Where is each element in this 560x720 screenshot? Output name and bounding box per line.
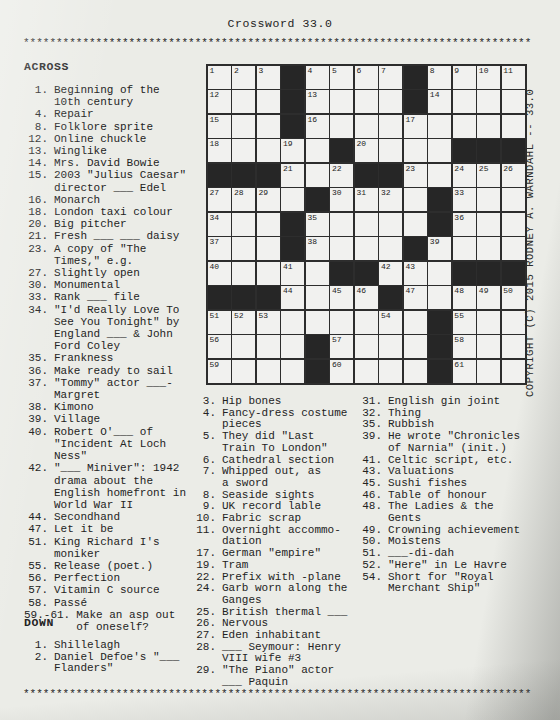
black-cell	[453, 262, 476, 285]
black-cell	[379, 286, 402, 309]
white-cell[interactable]	[477, 115, 500, 138]
white-cell[interactable]	[502, 237, 525, 260]
clue-number: 55.	[24, 560, 48, 572]
clue-number: 51.	[24, 536, 48, 560]
clue-number: 27.	[24, 267, 48, 279]
white-cell[interactable]: 15	[208, 115, 231, 138]
clue-item: 55.Release (poet.)	[24, 560, 200, 572]
white-cell[interactable]: 58	[453, 335, 476, 358]
white-cell[interactable]	[404, 139, 427, 162]
black-cell	[330, 139, 353, 162]
white-cell[interactable]: 53	[257, 311, 280, 334]
white-cell[interactable]: 47	[404, 286, 427, 309]
clue-item: 29."The Piano" actor___ Paquin	[192, 665, 358, 688]
white-cell[interactable]	[306, 286, 329, 309]
white-cell[interactable]: 18	[208, 139, 231, 162]
clue-item: 18.London taxi colour	[24, 206, 200, 218]
clue-text: Fancy-dress costumepieces	[222, 408, 347, 431]
clue-item: 56.Perfection	[24, 572, 200, 584]
white-cell[interactable]: 32	[379, 188, 402, 211]
white-cell[interactable]	[477, 237, 500, 260]
cell-number: 31	[356, 188, 366, 197]
clue-text: The Ladies & theGents	[388, 501, 494, 524]
cell-number: 48	[454, 286, 464, 295]
black-cell	[208, 164, 231, 187]
clue-number: 39.	[358, 431, 382, 454]
cell-number: 49	[479, 286, 489, 295]
clue-item: 36.Make ready to sail	[24, 365, 200, 377]
clue-item: 42."___ Miniver": 1942drama about theEng…	[24, 462, 200, 511]
clue-item: 48.The Ladies & theGents	[358, 501, 538, 524]
cell-number: 3	[258, 66, 263, 75]
cell-number: 5	[332, 66, 337, 75]
white-cell[interactable]	[404, 213, 427, 236]
down-clue-list-right: 31.English gin joint32.Thing35.Rubbish39…	[358, 396, 538, 595]
clue-item: 1.Shillelagh	[24, 640, 200, 652]
cell-number: 60	[332, 360, 342, 369]
white-cell[interactable]	[428, 139, 451, 162]
clue-text: Shillelagh	[54, 640, 120, 652]
clue-number: 21.	[24, 230, 48, 242]
white-cell[interactable]	[379, 90, 402, 113]
clue-item: 35.Frankness	[24, 352, 200, 364]
white-cell[interactable]: 4	[306, 66, 329, 89]
white-cell[interactable]	[306, 164, 329, 187]
cell-number: 32	[381, 188, 391, 197]
cell-number: 26	[503, 164, 513, 173]
clue-item: 44.Secondhand	[24, 511, 200, 523]
clue-item: 37."Tommy" actor ___-Margret	[24, 377, 200, 401]
cell-number: 24	[454, 164, 464, 173]
white-cell[interactable]	[355, 311, 378, 334]
black-cell	[379, 164, 402, 187]
white-cell[interactable]: 49	[477, 286, 500, 309]
down-section: DOWN 1.Shillelagh2.Daniel Defoe's "___Fl…	[24, 616, 200, 675]
white-cell[interactable]: 6	[355, 66, 378, 89]
white-cell[interactable]	[306, 139, 329, 162]
white-cell[interactable]: 33	[453, 188, 476, 211]
clue-text: Repair	[54, 108, 94, 120]
white-cell[interactable]	[306, 311, 329, 334]
clue-item: 3.Hip bones	[192, 396, 358, 408]
cell-number: 54	[381, 311, 391, 320]
cell-number: 35	[307, 213, 317, 222]
white-cell[interactable]: 29	[257, 188, 280, 211]
clue-item: 20.Big pitcher	[24, 218, 200, 230]
clue-item: 25.British thermal ___	[192, 607, 358, 619]
white-cell[interactable]	[404, 311, 427, 334]
cell-number: 22	[332, 164, 342, 173]
clue-number: 1.	[24, 84, 48, 108]
clue-item: 27.Slightly open	[24, 267, 200, 279]
clue-text: Village	[54, 413, 100, 425]
white-cell[interactable]: 31	[355, 188, 378, 211]
clue-item: 28.___ Seymour: HenryVIII wife #3	[192, 642, 358, 665]
white-cell[interactable]	[355, 237, 378, 260]
clue-item: 57.Vitamin C source	[24, 584, 200, 596]
cell-number: 25	[479, 164, 489, 173]
clue-item: 58.Passé	[24, 597, 200, 609]
white-cell[interactable]	[281, 311, 304, 334]
clue-text: Release (poet.)	[54, 560, 153, 572]
black-cell	[306, 360, 329, 383]
clue-text: Perfection	[54, 572, 120, 584]
white-cell[interactable]: 1	[208, 66, 231, 89]
cell-number: 2	[234, 66, 239, 75]
clue-item: 23.A copy of "TheTimes," e.g.	[24, 243, 200, 267]
clue-item: 39.Village	[24, 413, 200, 425]
clue-text: English gin joint	[388, 396, 500, 408]
white-cell[interactable]	[379, 237, 402, 260]
white-cell[interactable]	[477, 335, 500, 358]
white-cell[interactable]: 39	[428, 237, 451, 260]
clue-number: 48.	[358, 501, 382, 524]
white-cell[interactable]: 45	[330, 286, 353, 309]
clue-number: 2.	[24, 652, 48, 675]
clue-item: 52."Here" in Le Havre	[358, 560, 538, 572]
white-cell[interactable]: 13	[306, 90, 329, 113]
white-cell[interactable]	[281, 360, 304, 383]
cell-number: 43	[405, 262, 415, 271]
white-cell[interactable]	[232, 262, 255, 285]
crossword-grid: 1234567891011121314151617181920212223242…	[206, 64, 527, 385]
white-cell[interactable]: 48	[453, 286, 476, 309]
clue-text: Daniel Defoe's "___Flanders"	[54, 652, 179, 675]
clue-text: Beginning of the10th century	[54, 84, 160, 108]
white-cell[interactable]	[502, 213, 525, 236]
white-cell[interactable]: 59	[208, 360, 231, 383]
cell-number: 10	[479, 66, 489, 75]
cell-number: 1	[210, 66, 215, 75]
white-cell[interactable]	[330, 90, 353, 113]
white-cell[interactable]	[502, 115, 525, 138]
clue-item: 47.Let it be	[24, 523, 200, 535]
across-section: ACROSS 1.Beginning of the10th century4.R…	[24, 60, 200, 633]
white-cell[interactable]	[379, 139, 402, 162]
white-cell[interactable]	[232, 115, 255, 138]
cell-number: 14	[430, 90, 440, 99]
cell-number: 42	[381, 262, 391, 271]
cell-number: 41	[283, 262, 293, 271]
cell-number: 13	[307, 90, 317, 99]
clue-number: 1.	[24, 640, 48, 652]
clue-text: Folklore sprite	[54, 121, 153, 133]
cell-number: 33	[454, 188, 464, 197]
clue-number: 3.	[192, 396, 216, 408]
clue-number: 30.	[24, 279, 48, 291]
black-cell	[428, 188, 451, 211]
white-cell[interactable]	[477, 311, 500, 334]
clue-text: Vitamin C source	[54, 584, 160, 596]
cell-number: 23	[405, 164, 415, 173]
clue-item: 14.Mrs. David Bowie	[24, 157, 200, 169]
cell-number: 9	[454, 66, 459, 75]
white-cell[interactable]	[257, 139, 280, 162]
white-cell[interactable]: 30	[330, 188, 353, 211]
white-cell[interactable]	[428, 286, 451, 309]
across-clue-list: 1.Beginning of the10th century4.Repair8.…	[24, 84, 200, 633]
white-cell[interactable]	[477, 213, 500, 236]
white-cell[interactable]	[257, 237, 280, 260]
white-cell[interactable]	[502, 335, 525, 358]
clue-text: A copy of "TheTimes," e.g.	[54, 243, 146, 267]
white-cell[interactable]: 61	[453, 360, 476, 383]
white-cell[interactable]	[355, 213, 378, 236]
clue-text: King Richard I'smoniker	[54, 536, 160, 560]
white-cell[interactable]	[502, 90, 525, 113]
clue-item: 21.Fresh ___ ___ daisy	[24, 230, 200, 242]
clue-number: 10.	[192, 513, 216, 525]
white-cell[interactable]	[257, 213, 280, 236]
white-cell[interactable]	[502, 360, 525, 383]
white-cell[interactable]: 44	[281, 286, 304, 309]
clue-number: 37.	[24, 377, 48, 401]
white-cell[interactable]: 56	[208, 335, 231, 358]
clue-item: 10.Fabric scrap	[192, 513, 358, 525]
white-cell[interactable]	[232, 360, 255, 383]
white-cell[interactable]: 37	[208, 237, 231, 260]
white-cell[interactable]: 52	[232, 311, 255, 334]
clue-number: 31.	[358, 396, 382, 408]
white-cell[interactable]	[379, 360, 402, 383]
black-cell	[404, 237, 427, 260]
white-cell[interactable]	[404, 360, 427, 383]
clue-text: Robert O'___ of"Incident At LochNess"	[54, 426, 166, 463]
white-cell[interactable]	[355, 335, 378, 358]
white-cell[interactable]	[428, 115, 451, 138]
clue-number: 38.	[24, 401, 48, 413]
white-cell[interactable]	[477, 188, 500, 211]
clue-number: 11.	[192, 525, 216, 548]
clue-text: Passé	[54, 597, 87, 609]
clue-number: 56.	[24, 572, 48, 584]
white-cell[interactable]	[306, 262, 329, 285]
clue-text: Overnight accommo-dation	[222, 525, 341, 548]
white-cell[interactable]	[453, 237, 476, 260]
clue-number: 5.	[192, 431, 216, 454]
white-cell[interactable]: 54	[379, 311, 402, 334]
white-cell[interactable]	[404, 188, 427, 211]
white-cell[interactable]	[281, 335, 304, 358]
white-cell[interactable]: 34	[208, 213, 231, 236]
clue-number: 12.	[24, 133, 48, 145]
separator-bottom: ****************************************…	[23, 688, 537, 700]
white-cell[interactable]	[330, 237, 353, 260]
white-cell[interactable]: 22	[330, 164, 353, 187]
clue-number: 44.	[24, 511, 48, 523]
clue-number: 8.	[24, 121, 48, 133]
down-clue-list-left: 1.Shillelagh2.Daniel Defoe's "___Flander…	[24, 640, 200, 675]
cell-number: 30	[332, 188, 342, 197]
white-cell[interactable]: 20	[355, 139, 378, 162]
white-cell[interactable]	[232, 213, 255, 236]
white-cell[interactable]	[453, 90, 476, 113]
white-cell[interactable]	[355, 90, 378, 113]
white-cell[interactable]: 42	[379, 262, 402, 285]
cell-number: 6	[356, 66, 361, 75]
white-cell[interactable]	[330, 213, 353, 236]
clue-number: 13.	[24, 145, 48, 157]
white-cell[interactable]	[257, 115, 280, 138]
cell-number: 34	[210, 213, 220, 222]
white-cell[interactable]: 36	[453, 213, 476, 236]
cell-number: 7	[381, 66, 386, 75]
white-cell[interactable]	[502, 311, 525, 334]
cell-number: 58	[454, 335, 464, 344]
black-cell	[428, 213, 451, 236]
clue-number: 57.	[24, 584, 48, 596]
white-cell[interactable]: 28	[232, 188, 255, 211]
white-cell[interactable]	[257, 90, 280, 113]
clue-item: 49.Crowning achievement	[358, 525, 538, 537]
black-cell	[428, 311, 451, 334]
white-cell[interactable]: 57	[330, 335, 353, 358]
white-cell[interactable]: 50	[502, 286, 525, 309]
white-cell[interactable]: 12	[208, 90, 231, 113]
white-cell[interactable]	[428, 164, 451, 187]
clue-item: 38.Kimono	[24, 401, 200, 413]
cell-number: 29	[258, 188, 268, 197]
white-cell[interactable]	[330, 115, 353, 138]
clue-number: 23.	[24, 243, 48, 267]
black-cell	[355, 164, 378, 187]
clue-item: 17.German "empire"	[192, 548, 358, 560]
white-cell[interactable]: 19	[281, 139, 304, 162]
white-cell[interactable]: 7	[379, 66, 402, 89]
white-cell[interactable]: 46	[355, 286, 378, 309]
white-cell[interactable]	[232, 237, 255, 260]
clue-number: 52.	[358, 560, 382, 572]
clue-text: Slightly open	[54, 267, 140, 279]
white-cell[interactable]	[379, 335, 402, 358]
cell-number: 18	[210, 139, 220, 148]
white-cell[interactable]	[257, 335, 280, 358]
white-cell[interactable]	[477, 360, 500, 383]
white-cell[interactable]: 26	[502, 164, 525, 187]
white-cell[interactable]: 40	[208, 262, 231, 285]
white-cell[interactable]	[257, 360, 280, 383]
black-cell	[453, 139, 476, 162]
white-cell[interactable]	[232, 90, 255, 113]
white-cell[interactable]: 27	[208, 188, 231, 211]
clue-item: 13.Winglike	[24, 145, 200, 157]
white-cell[interactable]: 14	[428, 90, 451, 113]
white-cell[interactable]	[232, 335, 255, 358]
white-cell[interactable]: 24	[453, 164, 476, 187]
white-cell[interactable]: 10	[477, 66, 500, 89]
clue-item: 11.Overnight accommo-dation	[192, 525, 358, 548]
cell-number: 52	[234, 311, 244, 320]
clue-text: ___ Seymour: HenryVIII wife #3	[222, 642, 341, 665]
white-cell[interactable]: 3	[257, 66, 280, 89]
white-cell[interactable]	[453, 115, 476, 138]
clue-number: 39.	[24, 413, 48, 425]
clue-text: London taxi colour	[54, 206, 173, 218]
black-cell	[306, 335, 329, 358]
black-cell	[281, 115, 304, 138]
white-cell[interactable]: 17	[404, 115, 427, 138]
white-cell[interactable]: 35	[306, 213, 329, 236]
clue-item: 4.Fancy-dress costumepieces	[192, 408, 358, 431]
page-title: Crossword 33.0	[0, 17, 560, 30]
white-cell[interactable]: 21	[281, 164, 304, 187]
white-cell[interactable]	[404, 335, 427, 358]
white-cell[interactable]	[257, 262, 280, 285]
white-cell[interactable]: 16	[306, 115, 329, 138]
clue-number: 47.	[24, 523, 48, 535]
cell-number: 19	[283, 139, 293, 148]
black-cell	[208, 286, 231, 309]
cell-number: 50	[503, 286, 513, 295]
white-cell[interactable]	[502, 188, 525, 211]
clue-number: 14.	[24, 157, 48, 169]
white-cell[interactable]	[477, 90, 500, 113]
clue-item: 16.Monarch	[24, 194, 200, 206]
cell-number: 59	[210, 360, 220, 369]
clue-text: Hip bones	[222, 396, 281, 408]
cell-number: 40	[210, 262, 220, 271]
black-cell	[404, 90, 427, 113]
clue-number: 40.	[24, 426, 48, 463]
clue-text: Fresh ___ ___ daisy	[54, 230, 179, 242]
white-cell[interactable]: 55	[453, 311, 476, 334]
white-cell[interactable]: 2	[232, 66, 255, 89]
cell-number: 17	[405, 115, 415, 124]
white-cell[interactable]: 11	[502, 66, 525, 89]
clue-number: 4.	[192, 408, 216, 431]
white-cell[interactable]	[355, 360, 378, 383]
clue-text: Sushi fishes	[388, 478, 467, 490]
white-cell[interactable]: 60	[330, 360, 353, 383]
cell-number: 36	[454, 213, 464, 222]
white-cell[interactable]: 8	[428, 66, 451, 89]
clue-number: 35.	[24, 352, 48, 364]
clue-text: Winglike	[54, 145, 107, 157]
white-cell[interactable]: 23	[404, 164, 427, 187]
black-cell	[404, 66, 427, 89]
black-cell	[281, 90, 304, 113]
white-cell[interactable]	[232, 139, 255, 162]
white-cell[interactable]: 51	[208, 311, 231, 334]
clue-item: 15.2003 "Julius Caesar"director ___ Edel	[24, 169, 200, 193]
white-cell[interactable]	[379, 213, 402, 236]
white-cell[interactable]: 38	[306, 237, 329, 260]
white-cell[interactable]	[330, 311, 353, 334]
clue-item: 1.Beginning of the10th century	[24, 84, 200, 108]
clue-text: Monumental	[54, 279, 120, 291]
page: Crossword 33.0 *************************…	[0, 0, 560, 720]
cell-number: 27	[210, 188, 220, 197]
separator-top: ****************************************…	[23, 37, 537, 49]
white-cell[interactable]: 5	[330, 66, 353, 89]
clue-number: 19.	[192, 560, 216, 572]
white-cell[interactable]	[379, 115, 402, 138]
white-cell[interactable]: 41	[281, 262, 304, 285]
cell-number: 51	[210, 311, 220, 320]
white-cell[interactable]: 9	[453, 66, 476, 89]
white-cell[interactable]: 43	[404, 262, 427, 285]
cell-number: 57	[332, 335, 342, 344]
white-cell[interactable]	[355, 115, 378, 138]
clue-item: 51.King Richard I'smoniker	[24, 536, 200, 560]
cell-number: 37	[210, 237, 220, 246]
white-cell[interactable]	[428, 262, 451, 285]
clue-text: He wrote "Chroniclesof Narnia" (init.)	[388, 431, 520, 454]
clue-text: They did "LastTrain To London"	[222, 431, 328, 454]
white-cell[interactable]	[281, 188, 304, 211]
clue-text: "Here" in Le Havre	[388, 560, 507, 572]
white-cell[interactable]: 25	[477, 164, 500, 187]
